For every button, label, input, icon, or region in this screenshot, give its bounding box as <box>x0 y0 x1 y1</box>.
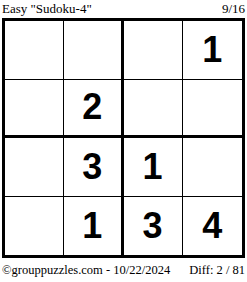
cell-r1c4[interactable]: 1 <box>183 21 242 80</box>
cell-r4c4[interactable]: 4 <box>183 197 242 256</box>
sudoku-grid: 1231134 <box>2 18 245 258</box>
cell-r3c1[interactable] <box>5 138 64 197</box>
cell-r4c2[interactable]: 1 <box>64 197 123 256</box>
copyright-text: ©grouppuzzles.com - 10/22/2024 <box>2 263 170 278</box>
cell-r3c3[interactable]: 1 <box>124 138 183 197</box>
cell-r2c4[interactable] <box>183 80 242 139</box>
page-number: 9/16 <box>222 1 245 16</box>
cell-r2c1[interactable] <box>5 80 64 139</box>
cell-r3c4[interactable] <box>183 138 242 197</box>
puzzle-title: Easy "Sudoku-4" <box>2 1 92 16</box>
cell-r1c2[interactable] <box>64 21 123 80</box>
header: Easy "Sudoku-4" 9/16 <box>2 1 245 16</box>
cell-r4c1[interactable] <box>5 197 64 256</box>
cell-r3c2[interactable]: 3 <box>64 138 123 197</box>
cell-r1c3[interactable] <box>124 21 183 80</box>
cell-r1c1[interactable] <box>5 21 64 80</box>
difficulty-text: Diff: 2 / 81 <box>189 263 245 278</box>
cell-r4c3[interactable]: 3 <box>124 197 183 256</box>
cell-r2c3[interactable] <box>124 80 183 139</box>
puzzle-page: Easy "Sudoku-4" 9/16 1231134 ©grouppuzzl… <box>0 0 247 282</box>
cell-r2c2[interactable]: 2 <box>64 80 123 139</box>
footer: ©grouppuzzles.com - 10/22/2024 Diff: 2 /… <box>2 263 245 278</box>
